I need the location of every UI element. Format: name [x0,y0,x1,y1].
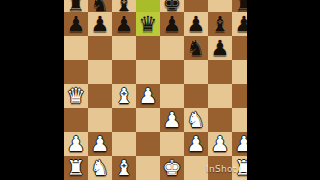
piece-white-rook: ♜ [64,156,88,180]
square-b4[interactable] [88,84,112,108]
square-b2[interactable]: ♟ [88,132,112,156]
piece-white-king: ♚ [160,156,184,180]
square-b7[interactable]: ♟ [88,12,112,36]
piece-black-pawn: ♟ [112,12,136,36]
square-e7[interactable]: ♟ [160,12,184,36]
piece-white-pawn: ♟ [184,132,208,156]
square-b6[interactable] [88,36,112,60]
square-b3[interactable] [88,108,112,132]
piece-white-pawn: ♟ [64,132,88,156]
left-letterbox-bar [0,0,64,180]
square-e4[interactable] [160,84,184,108]
right-letterbox-bar [247,0,320,180]
square-d4[interactable]: ♟ [136,84,160,108]
video-frame: ♜♞♝♚♜♟♟♟♛♟♟♝♟♞♟♛♝♟♟♞♟♟♟♟♟♜♞♝♚♜ InShot [0,0,320,180]
square-d3[interactable] [136,108,160,132]
chessboard: ♜♞♝♚♜♟♟♟♛♟♟♝♟♞♟♛♝♟♟♞♟♟♟♟♟♜♞♝♚♜ [64,0,256,180]
square-a7[interactable]: ♟ [64,12,88,36]
square-g8[interactable] [208,0,232,12]
square-e6[interactable] [160,36,184,60]
square-f8[interactable] [184,0,208,12]
piece-white-pawn: ♟ [136,84,160,108]
square-c1[interactable]: ♝ [112,156,136,180]
square-g3[interactable] [208,108,232,132]
square-g2[interactable]: ♟ [208,132,232,156]
square-c6[interactable] [112,36,136,60]
piece-black-pawn: ♟ [160,12,184,36]
square-c2[interactable] [112,132,136,156]
square-e8[interactable]: ♚ [160,0,184,12]
square-g5[interactable] [208,60,232,84]
piece-white-bishop: ♝ [112,84,136,108]
piece-white-pawn: ♟ [88,132,112,156]
piece-black-pawn: ♟ [208,36,232,60]
square-g4[interactable] [208,84,232,108]
square-f6[interactable]: ♞ [184,36,208,60]
square-f4[interactable] [184,84,208,108]
piece-white-bishop: ♝ [112,156,136,180]
square-d7[interactable]: ♛ [136,12,160,36]
square-f7[interactable]: ♟ [184,12,208,36]
square-a3[interactable] [64,108,88,132]
square-b8[interactable]: ♞ [88,0,112,12]
square-c7[interactable]: ♟ [112,12,136,36]
square-f2[interactable]: ♟ [184,132,208,156]
square-a8[interactable]: ♜ [64,0,88,12]
square-a1[interactable]: ♜ [64,156,88,180]
square-c5[interactable] [112,60,136,84]
square-e3[interactable]: ♟ [160,108,184,132]
square-a5[interactable] [64,60,88,84]
square-f1[interactable] [184,156,208,180]
square-d5[interactable] [136,60,160,84]
piece-black-pawn: ♟ [88,12,112,36]
square-b5[interactable] [88,60,112,84]
piece-white-queen: ♛ [64,84,88,108]
piece-white-knight: ♞ [88,156,112,180]
piece-black-knight: ♞ [184,36,208,60]
inshot-watermark-text: InShot [206,164,237,174]
piece-black-pawn: ♟ [184,12,208,36]
square-d1[interactable] [136,156,160,180]
square-e1[interactable]: ♚ [160,156,184,180]
piece-black-bishop: ♝ [208,12,232,36]
square-c4[interactable]: ♝ [112,84,136,108]
piece-white-pawn: ♟ [208,132,232,156]
square-b1[interactable]: ♞ [88,156,112,180]
square-a6[interactable] [64,36,88,60]
square-g7[interactable]: ♝ [208,12,232,36]
square-g6[interactable]: ♟ [208,36,232,60]
piece-white-pawn: ♟ [160,108,184,132]
square-a4[interactable]: ♛ [64,84,88,108]
piece-white-knight: ♞ [184,108,208,132]
square-e2[interactable] [160,132,184,156]
piece-black-pawn: ♟ [64,12,88,36]
square-c3[interactable] [112,108,136,132]
square-f5[interactable] [184,60,208,84]
piece-black-queen: ♛ [136,12,160,36]
inshot-watermark: InShot [206,164,248,174]
square-a2[interactable]: ♟ [64,132,88,156]
square-f3[interactable]: ♞ [184,108,208,132]
square-d6[interactable] [136,36,160,60]
square-c8[interactable]: ♝ [112,0,136,12]
square-d2[interactable] [136,132,160,156]
square-d8[interactable] [136,0,160,12]
square-e5[interactable] [160,60,184,84]
